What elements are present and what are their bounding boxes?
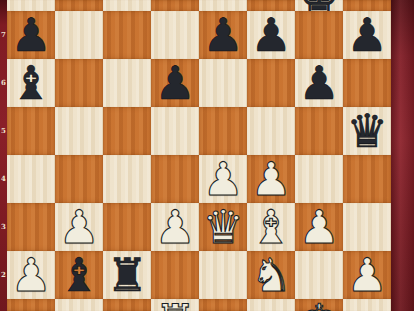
square-a6: ♝ xyxy=(7,59,55,107)
black-bishop-b2: ♝ xyxy=(55,251,103,299)
square-c3 xyxy=(103,203,151,251)
square-c1 xyxy=(103,299,151,311)
square-a1 xyxy=(7,299,55,311)
black-rook-c2: ♜ xyxy=(103,251,151,299)
rank-label-3: 3 xyxy=(0,222,7,232)
square-a5 xyxy=(7,107,55,155)
chess-board-diagram: ♚♟♟♟♟♝♟♟♛♟♟♟♟♛♝♟♟♝♜♞♟♜♚ 765432 xyxy=(0,0,414,311)
square-h7: ♟ xyxy=(343,11,391,59)
rank-label-7: 7 xyxy=(0,30,7,40)
black-queen-h5: ♛ xyxy=(343,107,391,155)
square-b6 xyxy=(55,59,103,107)
square-d5 xyxy=(151,107,199,155)
square-g3: ♟ xyxy=(295,203,343,251)
square-d2 xyxy=(151,251,199,299)
black-pawn-f7: ♟ xyxy=(247,11,295,59)
rank-label-5: 5 xyxy=(0,126,7,136)
white-queen-e3: ♛ xyxy=(199,203,247,251)
white-pawn-e4: ♟ xyxy=(199,155,247,203)
board-frame-left: 765432 xyxy=(0,0,7,311)
rank-label-2: 2 xyxy=(0,270,7,280)
square-f5 xyxy=(247,107,295,155)
white-rook-d1: ♜ xyxy=(151,299,199,311)
square-e6 xyxy=(199,59,247,107)
square-f7: ♟ xyxy=(247,11,295,59)
square-a3 xyxy=(7,203,55,251)
white-pawn-g3: ♟ xyxy=(295,203,343,251)
black-pawn-a7: ♟ xyxy=(7,11,55,59)
white-knight-f2: ♞ xyxy=(247,251,295,299)
square-f8 xyxy=(247,0,295,11)
square-c5 xyxy=(103,107,151,155)
square-e7: ♟ xyxy=(199,11,247,59)
square-f2: ♞ xyxy=(247,251,295,299)
square-e2 xyxy=(199,251,247,299)
square-h5: ♛ xyxy=(343,107,391,155)
square-g5 xyxy=(295,107,343,155)
black-pawn-h7: ♟ xyxy=(343,11,391,59)
square-h2: ♟ xyxy=(343,251,391,299)
square-a7: ♟ xyxy=(7,11,55,59)
square-h8 xyxy=(343,0,391,11)
square-a4 xyxy=(7,155,55,203)
square-b8 xyxy=(55,0,103,11)
square-g1: ♚ xyxy=(295,299,343,311)
square-d3: ♟ xyxy=(151,203,199,251)
white-pawn-d3: ♟ xyxy=(151,203,199,251)
black-pawn-g6: ♟ xyxy=(295,59,343,107)
square-h4 xyxy=(343,155,391,203)
square-c7 xyxy=(103,11,151,59)
square-b3: ♟ xyxy=(55,203,103,251)
white-king-g1: ♚ xyxy=(295,299,343,311)
square-g2 xyxy=(295,251,343,299)
square-e4: ♟ xyxy=(199,155,247,203)
chess-board: ♚♟♟♟♟♝♟♟♛♟♟♟♟♛♝♟♟♝♜♞♟♜♚ xyxy=(7,0,391,311)
square-b5 xyxy=(55,107,103,155)
square-a2: ♟ xyxy=(7,251,55,299)
square-h3 xyxy=(343,203,391,251)
white-pawn-a2: ♟ xyxy=(7,251,55,299)
square-b4 xyxy=(55,155,103,203)
black-king-g8: ♚ xyxy=(295,0,343,11)
square-d1: ♜ xyxy=(151,299,199,311)
square-c4 xyxy=(103,155,151,203)
square-g4 xyxy=(295,155,343,203)
square-e8 xyxy=(199,0,247,11)
square-d4 xyxy=(151,155,199,203)
white-pawn-f4: ♟ xyxy=(247,155,295,203)
square-b1 xyxy=(55,299,103,311)
square-h1 xyxy=(343,299,391,311)
black-bishop-a6: ♝ xyxy=(7,59,55,107)
square-g6: ♟ xyxy=(295,59,343,107)
square-b7 xyxy=(55,11,103,59)
rank-label-4: 4 xyxy=(0,174,7,184)
square-c8 xyxy=(103,0,151,11)
square-a8 xyxy=(7,0,55,11)
square-e1 xyxy=(199,299,247,311)
square-f3: ♝ xyxy=(247,203,295,251)
square-h6 xyxy=(343,59,391,107)
square-g8: ♚ xyxy=(295,0,343,11)
square-e3: ♛ xyxy=(199,203,247,251)
square-d7 xyxy=(151,11,199,59)
white-bishop-f3: ♝ xyxy=(247,203,295,251)
rank-label-6: 6 xyxy=(0,78,7,88)
square-c6 xyxy=(103,59,151,107)
square-b2: ♝ xyxy=(55,251,103,299)
white-pawn-b3: ♟ xyxy=(55,203,103,251)
square-f1 xyxy=(247,299,295,311)
square-e5 xyxy=(199,107,247,155)
board-frame-right xyxy=(391,0,414,311)
black-pawn-e7: ♟ xyxy=(199,11,247,59)
black-pawn-d6: ♟ xyxy=(151,59,199,107)
square-d8 xyxy=(151,0,199,11)
square-f4: ♟ xyxy=(247,155,295,203)
white-pawn-h2: ♟ xyxy=(343,251,391,299)
square-d6: ♟ xyxy=(151,59,199,107)
square-c2: ♜ xyxy=(103,251,151,299)
square-g7 xyxy=(295,11,343,59)
square-f6 xyxy=(247,59,295,107)
